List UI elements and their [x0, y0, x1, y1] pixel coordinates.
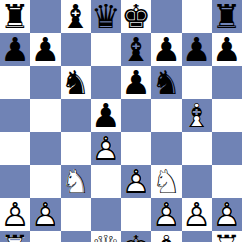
piece-black-pawn[interactable]: ♟	[182, 33, 212, 66]
square-a2[interactable]: ♟♙	[0, 198, 30, 231]
square-c4[interactable]	[61, 132, 91, 165]
square-a5[interactable]	[0, 99, 30, 132]
square-c1[interactable]	[61, 231, 91, 242]
piece-outline-layer: ♙	[152, 198, 182, 231]
square-b2[interactable]: ♟♙	[30, 198, 60, 231]
square-d8[interactable]: ♛	[91, 0, 121, 33]
square-e4[interactable]	[121, 132, 151, 165]
square-d3[interactable]	[91, 165, 121, 198]
square-g1[interactable]	[182, 231, 212, 242]
square-a8[interactable]: ♜	[0, 0, 30, 33]
piece-black-knight[interactable]: ♞	[61, 66, 91, 99]
square-d1[interactable]: ♛♕	[91, 231, 121, 242]
piece-black-pawn[interactable]: ♟	[212, 33, 242, 66]
square-f7[interactable]: ♟	[151, 33, 181, 66]
square-c7[interactable]	[61, 33, 91, 66]
piece-outline-layer: ♙	[121, 165, 151, 198]
piece-white-queen[interactable]: ♛♕	[91, 231, 121, 242]
square-e1[interactable]: ♚♔	[121, 231, 151, 242]
piece-white-pawn[interactable]: ♟♙	[0, 198, 30, 231]
square-f8[interactable]	[151, 0, 181, 33]
square-b6[interactable]	[30, 66, 60, 99]
square-f5[interactable]	[151, 99, 181, 132]
piece-outline-layer: ♖	[212, 231, 242, 242]
square-b1[interactable]	[30, 231, 60, 242]
piece-white-pawn[interactable]: ♟♙	[212, 198, 242, 231]
square-h2[interactable]: ♟♙	[212, 198, 242, 231]
square-c5[interactable]	[61, 99, 91, 132]
square-g5[interactable]: ♝♗	[182, 99, 212, 132]
piece-white-pawn[interactable]: ♟♙	[151, 198, 181, 231]
piece-white-pawn[interactable]: ♟♙	[30, 198, 60, 231]
square-b4[interactable]	[30, 132, 60, 165]
piece-white-rook[interactable]: ♜♖	[212, 231, 242, 242]
square-g8[interactable]	[182, 0, 212, 33]
piece-white-pawn[interactable]: ♟♙	[91, 132, 121, 165]
square-g3[interactable]	[182, 165, 212, 198]
piece-outline-layer: ♙	[212, 198, 242, 231]
square-d5[interactable]: ♟	[91, 99, 121, 132]
square-e8[interactable]: ♚	[121, 0, 151, 33]
square-h5[interactable]	[212, 99, 242, 132]
square-f1[interactable]: ♝♗	[151, 231, 181, 242]
square-h7[interactable]: ♟	[212, 33, 242, 66]
piece-white-king[interactable]: ♚♔	[121, 231, 151, 242]
piece-white-bishop[interactable]: ♝♗	[151, 231, 181, 242]
piece-outline-layer: ♔	[121, 231, 151, 242]
piece-outline-layer: ♕	[91, 231, 121, 242]
piece-outline-layer: ♘	[152, 165, 182, 198]
square-b5[interactable]	[30, 99, 60, 132]
piece-black-pawn[interactable]: ♟	[121, 66, 151, 99]
piece-black-bishop[interactable]: ♝	[61, 0, 91, 33]
square-e2[interactable]	[121, 198, 151, 231]
chess-board: ♜♝♛♚♜♟♟♝♟♟♟♞♟♞♟♝♗♟♙♞♘♟♙♞♘♟♙♟♙♟♙♟♙♟♙♜♖♛♕♚…	[0, 0, 242, 242]
piece-black-pawn[interactable]: ♟	[30, 33, 60, 66]
square-h3[interactable]	[212, 165, 242, 198]
square-a3[interactable]	[0, 165, 30, 198]
square-c8[interactable]: ♝	[61, 0, 91, 33]
piece-black-pawn[interactable]: ♟	[91, 99, 121, 132]
square-g6[interactable]	[182, 66, 212, 99]
square-h6[interactable]	[212, 66, 242, 99]
piece-black-knight[interactable]: ♞	[151, 66, 181, 99]
square-b7[interactable]: ♟	[30, 33, 60, 66]
square-c3[interactable]: ♞♘	[61, 165, 91, 198]
piece-white-knight[interactable]: ♞♘	[151, 165, 181, 198]
square-f2[interactable]: ♟♙	[151, 198, 181, 231]
square-c6[interactable]: ♞	[61, 66, 91, 99]
piece-outline-layer: ♙	[182, 198, 212, 231]
piece-black-pawn[interactable]: ♟	[0, 33, 30, 66]
square-g4[interactable]	[182, 132, 212, 165]
piece-white-rook[interactable]: ♜♖	[0, 231, 30, 242]
square-e3[interactable]: ♟♙	[121, 165, 151, 198]
square-e5[interactable]	[121, 99, 151, 132]
piece-outline-layer: ♘	[61, 165, 91, 198]
square-e6[interactable]: ♟	[121, 66, 151, 99]
piece-black-king[interactable]: ♚	[121, 0, 151, 33]
piece-outline-layer: ♗	[152, 231, 182, 242]
piece-outline-layer: ♙	[31, 198, 61, 231]
square-d2[interactable]	[91, 198, 121, 231]
square-d7[interactable]	[91, 33, 121, 66]
square-d4[interactable]: ♟♙	[91, 132, 121, 165]
square-b3[interactable]	[30, 165, 60, 198]
square-a7[interactable]: ♟	[0, 33, 30, 66]
square-d6[interactable]	[91, 66, 121, 99]
piece-outline-layer: ♙	[0, 198, 30, 231]
square-f3[interactable]: ♞♘	[151, 165, 181, 198]
square-h8[interactable]: ♜	[212, 0, 242, 33]
square-g2[interactable]: ♟♙	[182, 198, 212, 231]
piece-outline-layer: ♗	[182, 99, 212, 132]
square-f4[interactable]	[151, 132, 181, 165]
piece-outline-layer: ♙	[91, 132, 121, 165]
square-h1[interactable]: ♜♖	[212, 231, 242, 242]
square-c2[interactable]	[61, 198, 91, 231]
piece-black-queen[interactable]: ♛	[91, 0, 121, 33]
square-b8[interactable]	[30, 0, 60, 33]
square-a1[interactable]: ♜♖	[0, 231, 30, 242]
square-a6[interactable]	[0, 66, 30, 99]
square-f6[interactable]: ♞	[151, 66, 181, 99]
piece-black-rook[interactable]: ♜	[0, 0, 30, 33]
piece-white-knight[interactable]: ♞♘	[61, 165, 91, 198]
square-a4[interactable]	[0, 132, 30, 165]
piece-white-pawn[interactable]: ♟♙	[182, 198, 212, 231]
piece-black-pawn[interactable]: ♟	[151, 33, 181, 66]
piece-black-bishop[interactable]: ♝	[121, 33, 151, 66]
piece-white-pawn[interactable]: ♟♙	[121, 165, 151, 198]
piece-black-rook[interactable]: ♜	[212, 0, 242, 33]
piece-white-bishop[interactable]: ♝♗	[182, 99, 212, 132]
piece-outline-layer: ♖	[0, 231, 30, 242]
square-g7[interactable]: ♟	[182, 33, 212, 66]
square-e7[interactable]: ♝	[121, 33, 151, 66]
square-h4[interactable]	[212, 132, 242, 165]
